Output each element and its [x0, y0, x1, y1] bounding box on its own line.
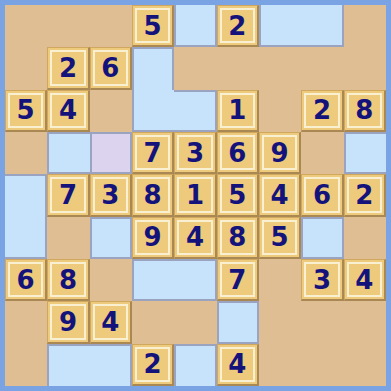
cell-r8c5 [174, 301, 216, 343]
cell-r2c9 [344, 47, 386, 89]
tile-r1c6[interactable]: 2 [217, 5, 259, 47]
cell-r7c5[interactable] [174, 259, 216, 301]
tile-r5c5[interactable]: 1 [174, 174, 216, 216]
cell-r1c3 [90, 5, 132, 47]
cell-r4c8 [301, 132, 343, 174]
cell-r8c7 [259, 301, 301, 343]
cell-r4c3[interactable] [90, 132, 132, 174]
tile-number: 6 [17, 267, 35, 293]
tile-r6c5[interactable]: 4 [174, 217, 216, 259]
tile-number: 8 [144, 182, 162, 208]
cell-r8c6[interactable] [217, 301, 259, 343]
tile-number: 2 [228, 13, 246, 39]
tile-number: 6 [313, 182, 331, 208]
tile-r3c6[interactable]: 1 [217, 90, 259, 132]
tile-r5c3[interactable]: 3 [90, 174, 132, 216]
tile-number: 7 [59, 182, 77, 208]
tile-number: 6 [228, 140, 246, 166]
tile-r7c2[interactable]: 8 [47, 259, 89, 301]
tile-number: 6 [101, 55, 119, 81]
tile-r7c8[interactable]: 3 [301, 259, 343, 301]
tile-number: 9 [59, 309, 77, 335]
tile-number: 2 [313, 97, 331, 123]
tile-number: 2 [355, 182, 373, 208]
cell-r9c2[interactable] [47, 344, 89, 386]
tile-r5c2[interactable]: 7 [47, 174, 89, 216]
tile-number: 4 [355, 267, 373, 293]
cell-r3c4[interactable] [132, 90, 174, 132]
tile-r6c6[interactable]: 8 [217, 217, 259, 259]
tile-r1c4[interactable]: 5 [132, 5, 174, 47]
puzzle-board: 5226541287369738154629485687349424 [0, 0, 391, 391]
tile-r3c2[interactable]: 4 [47, 90, 89, 132]
cell-r9c7 [259, 344, 301, 386]
cell-r6c1[interactable] [5, 217, 47, 259]
tile-r5c7[interactable]: 4 [259, 174, 301, 216]
cell-r9c9 [344, 344, 386, 386]
tile-r3c9[interactable]: 8 [344, 90, 386, 132]
tile-number: 1 [186, 182, 204, 208]
tile-r5c4[interactable]: 8 [132, 174, 174, 216]
cell-r7c4[interactable] [132, 259, 174, 301]
cell-r4c2[interactable] [47, 132, 89, 174]
cell-r3c3 [90, 90, 132, 132]
tile-number: 5 [228, 182, 246, 208]
tile-number: 4 [271, 182, 289, 208]
cell-r1c9 [344, 5, 386, 47]
cell-r9c3[interactable] [90, 344, 132, 386]
cell-r2c7 [259, 47, 301, 89]
cell-r6c2 [47, 217, 89, 259]
cell-r6c3[interactable] [90, 217, 132, 259]
cell-r1c5[interactable] [174, 5, 216, 47]
tile-r4c5[interactable]: 3 [174, 132, 216, 174]
cell-r3c5[interactable] [174, 90, 216, 132]
tile-r4c7[interactable]: 9 [259, 132, 301, 174]
tile-number: 4 [228, 351, 246, 377]
cell-r1c8[interactable] [301, 5, 343, 47]
cell-r5c1[interactable] [5, 174, 47, 216]
tile-number: 3 [186, 140, 204, 166]
tile-r5c9[interactable]: 2 [344, 174, 386, 216]
tile-number: 9 [144, 224, 162, 250]
tile-number: 1 [228, 97, 246, 123]
tile-number: 7 [144, 140, 162, 166]
tile-r2c2[interactable]: 2 [47, 47, 89, 89]
tile-r6c7[interactable]: 5 [259, 217, 301, 259]
cell-r8c1 [5, 301, 47, 343]
tile-number: 3 [313, 267, 331, 293]
cell-r6c9 [344, 217, 386, 259]
sudoku-grid: 5226541287369738154629485687349424 [5, 5, 386, 386]
cell-r8c9 [344, 301, 386, 343]
tile-r8c3[interactable]: 4 [90, 301, 132, 343]
cell-r2c6 [217, 47, 259, 89]
tile-r7c9[interactable]: 4 [344, 259, 386, 301]
tile-r4c6[interactable]: 6 [217, 132, 259, 174]
tile-r7c1[interactable]: 6 [5, 259, 47, 301]
tile-r2c3[interactable]: 6 [90, 47, 132, 89]
cell-r1c1 [5, 5, 47, 47]
cell-r9c8 [301, 344, 343, 386]
tile-number: 4 [101, 309, 119, 335]
tile-r4c4[interactable]: 7 [132, 132, 174, 174]
cell-r2c1 [5, 47, 47, 89]
tile-number: 5 [17, 97, 35, 123]
tile-number: 4 [186, 224, 204, 250]
cell-r3c7 [259, 90, 301, 132]
tile-r9c4[interactable]: 2 [132, 344, 174, 386]
cell-r9c5[interactable] [174, 344, 216, 386]
tile-r9c6[interactable]: 4 [217, 344, 259, 386]
tile-number: 2 [59, 55, 77, 81]
tile-r5c6[interactable]: 5 [217, 174, 259, 216]
tile-r5c8[interactable]: 6 [301, 174, 343, 216]
tile-number: 9 [271, 140, 289, 166]
cell-r7c3 [90, 259, 132, 301]
tile-r7c6[interactable]: 7 [217, 259, 259, 301]
tile-number: 8 [355, 97, 373, 123]
cell-r1c7[interactable] [259, 5, 301, 47]
tile-number: 5 [144, 13, 162, 39]
tile-number: 4 [59, 97, 77, 123]
tile-r3c8[interactable]: 2 [301, 90, 343, 132]
cell-r2c4[interactable] [132, 47, 174, 89]
cell-r2c8 [301, 47, 343, 89]
tile-number: 2 [144, 351, 162, 377]
cell-r4c1 [5, 132, 47, 174]
cell-r2c5 [174, 47, 216, 89]
cell-r6c8[interactable] [301, 217, 343, 259]
cell-r9c1 [5, 344, 47, 386]
tile-number: 8 [59, 267, 77, 293]
tile-number: 7 [228, 267, 246, 293]
cell-r4c9[interactable] [344, 132, 386, 174]
tile-number: 3 [101, 182, 119, 208]
tile-number: 5 [271, 224, 289, 250]
tile-r6c4[interactable]: 9 [132, 217, 174, 259]
cell-r8c8 [301, 301, 343, 343]
tile-r8c2[interactable]: 9 [47, 301, 89, 343]
tile-r3c1[interactable]: 5 [5, 90, 47, 132]
cell-r1c2 [47, 5, 89, 47]
cell-r7c7 [259, 259, 301, 301]
cell-r8c4 [132, 301, 174, 343]
tile-number: 8 [228, 224, 246, 250]
